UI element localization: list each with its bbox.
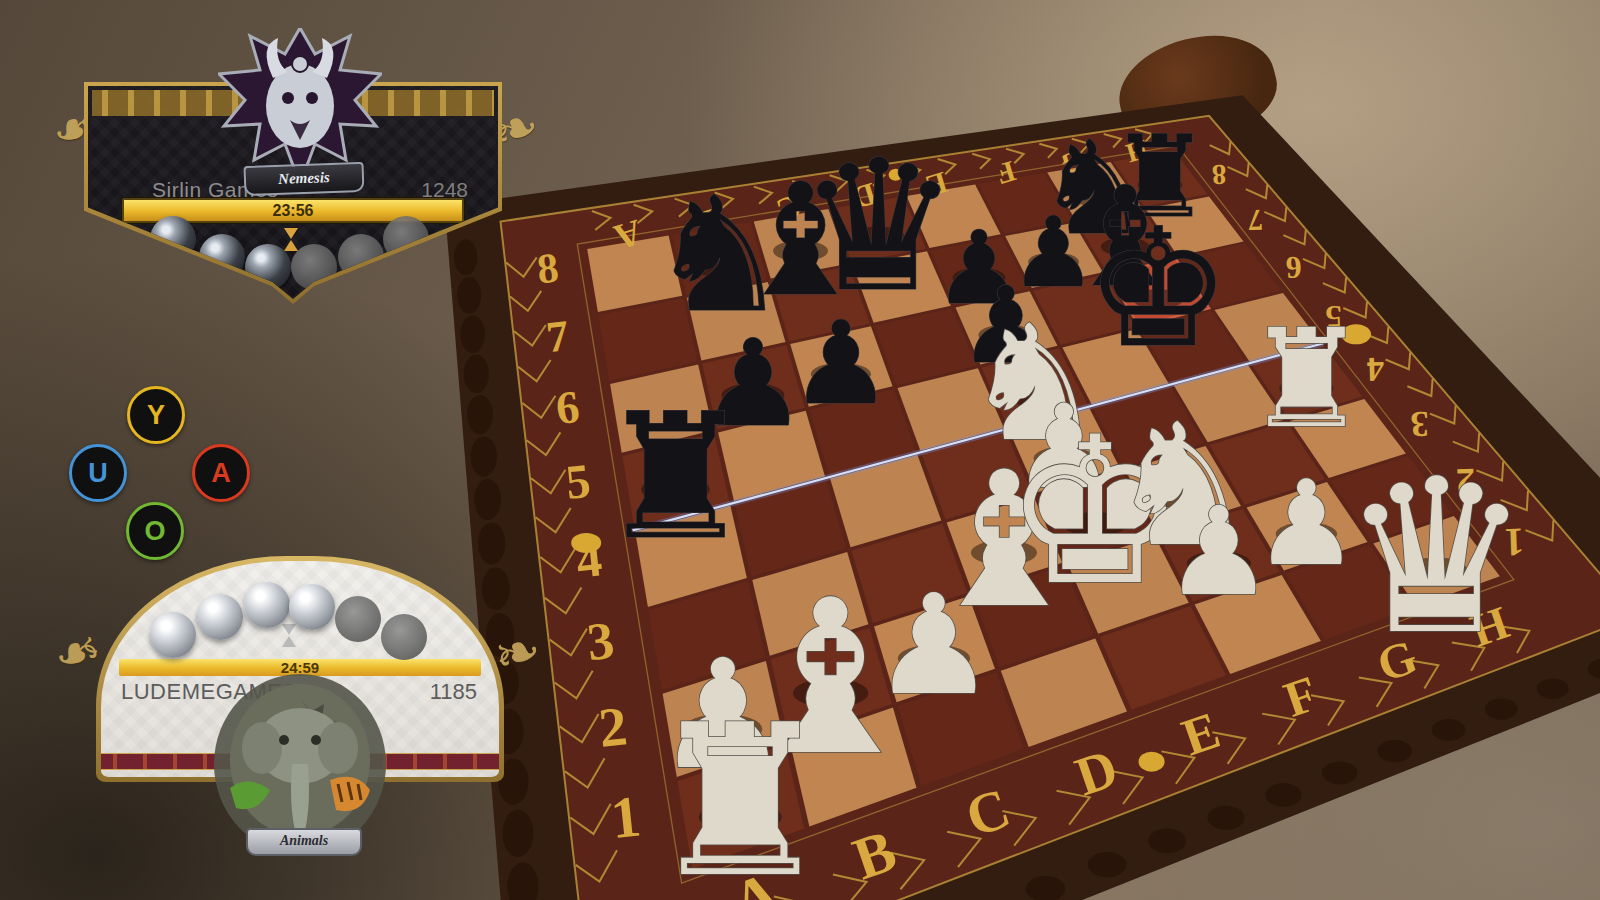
molding-scallop xyxy=(460,315,484,353)
midline-dot xyxy=(1139,752,1165,772)
molding-scallop xyxy=(478,522,505,564)
piece-white-elephant-a1[interactable]: ♜ xyxy=(646,680,834,900)
molding-scallop xyxy=(1265,783,1301,806)
hourglass-icon-white xyxy=(282,624,296,635)
molding-scallop xyxy=(467,395,493,434)
molding-scallop xyxy=(1378,740,1412,762)
game-screen: { "game": "Chess 2: The Sequel — Animals… xyxy=(0,0,1600,900)
duel-stone-empty xyxy=(381,614,427,660)
rank-label-right-7: 7 xyxy=(1247,203,1263,238)
hourglass-icon-black-bottom xyxy=(284,240,298,251)
animals-banner-label: Animals xyxy=(280,833,328,848)
ouya-button-y-label: Y xyxy=(147,400,165,431)
molding-scallop xyxy=(482,567,510,610)
molding-scallop xyxy=(1088,852,1127,877)
ouya-button-a-label: A xyxy=(211,458,231,489)
ouya-button-y[interactable]: Y xyxy=(127,386,185,444)
molding-scallop xyxy=(471,436,497,476)
molding-scallop xyxy=(1322,761,1357,784)
hourglass-icon-black xyxy=(284,228,298,239)
molding-scallop xyxy=(1148,829,1186,854)
nemesis-crest-icon xyxy=(218,28,382,184)
piece-black-king-g6[interactable]: ♚ xyxy=(1085,193,1232,384)
hourglass-icon-white-bottom xyxy=(282,636,296,647)
molding-scallop xyxy=(1208,806,1245,830)
rank-label-right-8: 8 xyxy=(1211,159,1227,191)
duel-stone-filled xyxy=(197,594,243,640)
molding-scallop xyxy=(1432,719,1465,741)
nemesis-banner: Nemesis xyxy=(244,162,365,196)
white-player-rating: 1185 xyxy=(430,679,477,705)
piece-white-pawn-c2[interactable]: ♟ xyxy=(872,565,996,726)
molding-scallop xyxy=(1485,699,1518,720)
ouya-button-a[interactable]: A xyxy=(192,444,250,502)
ouya-button-o-label: O xyxy=(144,516,165,547)
duel-stone-filled xyxy=(289,584,335,630)
piece-black-rook-a5[interactable]: ♜ xyxy=(598,376,754,578)
animals-banner: Animals xyxy=(246,828,362,856)
molding-scallop xyxy=(457,277,481,314)
duel-stone-filled xyxy=(244,582,290,628)
ouya-button-u-label: U xyxy=(88,458,108,489)
molding-scallop xyxy=(464,355,489,393)
duel-stone-filled xyxy=(150,612,196,658)
duel-stone-empty xyxy=(335,596,381,642)
rank-label-right-4: 4 xyxy=(1366,350,1385,390)
piece-black-pawn-c6[interactable]: ♟ xyxy=(789,296,892,430)
ouya-button-u[interactable]: U xyxy=(69,444,127,502)
molding-scallop xyxy=(503,810,534,857)
rank-label-right-6: 6 xyxy=(1285,250,1302,286)
midline-dot xyxy=(571,533,601,553)
molding-scallop xyxy=(1537,678,1569,699)
nemesis-banner-label: Nemesis xyxy=(278,169,330,187)
molding-scallop xyxy=(454,240,477,276)
ouya-button-o[interactable]: O xyxy=(126,502,184,560)
piece-white-jungle-queen-h1[interactable]: ♛ xyxy=(1340,433,1531,681)
molding-scallop xyxy=(474,479,501,520)
